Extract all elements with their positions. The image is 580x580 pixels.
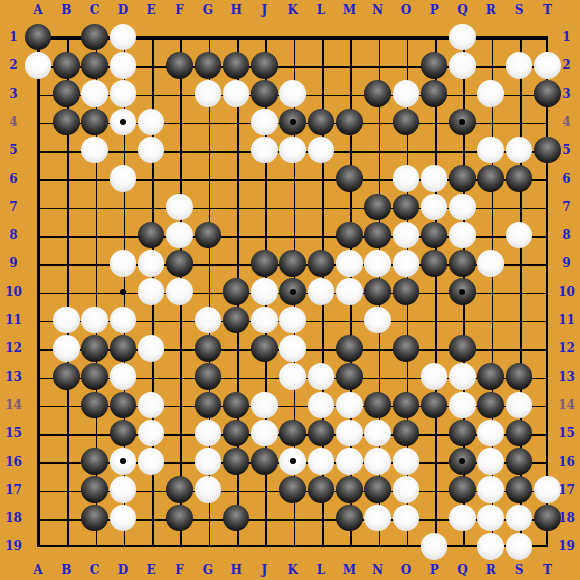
intersection-S1[interactable] [505, 23, 533, 51]
intersection-H17[interactable] [222, 476, 250, 504]
intersection-C10[interactable] [80, 278, 108, 306]
intersection-P8[interactable] [420, 221, 448, 249]
intersection-K1[interactable] [279, 23, 307, 51]
intersection-P2[interactable] [420, 51, 448, 79]
intersection-G4[interactable] [194, 108, 222, 136]
intersection-L9[interactable] [307, 249, 335, 277]
intersection-R15[interactable] [477, 419, 505, 447]
intersection-F14[interactable] [165, 391, 193, 419]
intersection-F16[interactable] [165, 447, 193, 475]
intersection-N10[interactable] [363, 278, 391, 306]
intersection-A9[interactable] [24, 249, 52, 277]
intersection-R2[interactable] [477, 51, 505, 79]
intersection-G18[interactable] [194, 504, 222, 532]
intersection-C1[interactable] [80, 23, 108, 51]
intersection-R17[interactable] [477, 476, 505, 504]
intersection-J15[interactable] [250, 419, 278, 447]
intersection-R18[interactable] [477, 504, 505, 532]
intersection-P1[interactable] [420, 23, 448, 51]
intersection-J5[interactable] [250, 136, 278, 164]
intersection-A14[interactable] [24, 391, 52, 419]
intersection-C3[interactable] [80, 79, 108, 107]
intersection-N9[interactable] [363, 249, 391, 277]
intersection-Q18[interactable] [448, 504, 476, 532]
intersection-G10[interactable] [194, 278, 222, 306]
intersection-Q14[interactable] [448, 391, 476, 419]
intersection-G7[interactable] [194, 193, 222, 221]
intersection-S11[interactable] [505, 306, 533, 334]
intersection-R3[interactable] [477, 79, 505, 107]
intersection-S4[interactable] [505, 108, 533, 136]
intersection-C19[interactable] [80, 532, 108, 560]
intersection-M6[interactable] [335, 164, 363, 192]
intersection-A12[interactable] [24, 334, 52, 362]
intersection-R9[interactable] [477, 249, 505, 277]
intersection-E17[interactable] [137, 476, 165, 504]
intersection-M1[interactable] [335, 23, 363, 51]
intersection-M7[interactable] [335, 193, 363, 221]
intersection-A10[interactable] [24, 278, 52, 306]
intersection-K3[interactable] [279, 79, 307, 107]
intersection-C8[interactable] [80, 221, 108, 249]
intersection-E13[interactable] [137, 362, 165, 390]
intersection-N1[interactable] [363, 23, 391, 51]
intersection-A6[interactable] [24, 164, 52, 192]
intersection-S14[interactable] [505, 391, 533, 419]
intersection-R7[interactable] [477, 193, 505, 221]
intersection-B17[interactable] [52, 476, 80, 504]
intersection-P9[interactable] [420, 249, 448, 277]
intersection-J4[interactable] [250, 108, 278, 136]
intersection-H14[interactable] [222, 391, 250, 419]
intersection-Q15[interactable] [448, 419, 476, 447]
intersection-H2[interactable] [222, 51, 250, 79]
intersection-D18[interactable] [109, 504, 137, 532]
intersection-J10[interactable] [250, 278, 278, 306]
intersection-L10[interactable] [307, 278, 335, 306]
intersection-H9[interactable] [222, 249, 250, 277]
intersection-E18[interactable] [137, 504, 165, 532]
intersection-L11[interactable] [307, 306, 335, 334]
intersection-L1[interactable] [307, 23, 335, 51]
intersection-J18[interactable] [250, 504, 278, 532]
intersection-A11[interactable] [24, 306, 52, 334]
intersection-J8[interactable] [250, 221, 278, 249]
intersection-H8[interactable] [222, 221, 250, 249]
intersection-J1[interactable] [250, 23, 278, 51]
intersection-B12[interactable] [52, 334, 80, 362]
intersection-Q8[interactable] [448, 221, 476, 249]
intersection-Q11[interactable] [448, 306, 476, 334]
intersection-F19[interactable] [165, 532, 193, 560]
intersection-D14[interactable] [109, 391, 137, 419]
intersection-D6[interactable] [109, 164, 137, 192]
intersection-L13[interactable] [307, 362, 335, 390]
intersection-F2[interactable] [165, 51, 193, 79]
intersection-M8[interactable] [335, 221, 363, 249]
intersection-A7[interactable] [24, 193, 52, 221]
intersection-G3[interactable] [194, 79, 222, 107]
intersection-F15[interactable] [165, 419, 193, 447]
intersection-B16[interactable] [52, 447, 80, 475]
intersection-E12[interactable] [137, 334, 165, 362]
intersection-O16[interactable] [392, 447, 420, 475]
intersection-S9[interactable] [505, 249, 533, 277]
intersection-S16[interactable] [505, 447, 533, 475]
intersection-A4[interactable] [24, 108, 52, 136]
intersection-L12[interactable] [307, 334, 335, 362]
intersection-C2[interactable] [80, 51, 108, 79]
intersection-A8[interactable] [24, 221, 52, 249]
intersection-C9[interactable] [80, 249, 108, 277]
intersection-D19[interactable] [109, 532, 137, 560]
intersection-J16[interactable] [250, 447, 278, 475]
intersection-L15[interactable] [307, 419, 335, 447]
intersection-Q3[interactable] [448, 79, 476, 107]
intersection-E15[interactable] [137, 419, 165, 447]
intersection-S5[interactable] [505, 136, 533, 164]
intersection-E10[interactable] [137, 278, 165, 306]
intersection-R10[interactable] [477, 278, 505, 306]
intersection-F13[interactable] [165, 362, 193, 390]
intersection-A15[interactable] [24, 419, 52, 447]
intersection-G16[interactable] [194, 447, 222, 475]
intersection-N12[interactable] [363, 334, 391, 362]
intersection-B9[interactable] [52, 249, 80, 277]
intersection-N4[interactable] [363, 108, 391, 136]
intersection-K12[interactable] [279, 334, 307, 362]
intersection-J14[interactable] [250, 391, 278, 419]
intersection-B14[interactable] [52, 391, 80, 419]
intersection-G17[interactable] [194, 476, 222, 504]
intersection-E7[interactable] [137, 193, 165, 221]
intersection-M5[interactable] [335, 136, 363, 164]
intersection-O10[interactable] [392, 278, 420, 306]
intersection-K19[interactable] [279, 532, 307, 560]
intersection-F8[interactable] [165, 221, 193, 249]
intersection-F9[interactable] [165, 249, 193, 277]
intersection-C12[interactable] [80, 334, 108, 362]
intersection-S12[interactable] [505, 334, 533, 362]
intersection-G13[interactable] [194, 362, 222, 390]
intersection-H10[interactable] [222, 278, 250, 306]
intersection-G12[interactable] [194, 334, 222, 362]
intersection-C7[interactable] [80, 193, 108, 221]
intersection-M13[interactable] [335, 362, 363, 390]
intersection-C18[interactable] [80, 504, 108, 532]
intersection-C13[interactable] [80, 362, 108, 390]
intersection-L17[interactable] [307, 476, 335, 504]
intersection-O15[interactable] [392, 419, 420, 447]
intersection-N6[interactable] [363, 164, 391, 192]
intersection-L8[interactable] [307, 221, 335, 249]
intersection-H5[interactable] [222, 136, 250, 164]
intersection-H3[interactable] [222, 79, 250, 107]
intersection-K14[interactable] [279, 391, 307, 419]
intersection-K17[interactable] [279, 476, 307, 504]
intersection-Q6[interactable] [448, 164, 476, 192]
intersection-G19[interactable] [194, 532, 222, 560]
intersection-Q9[interactable] [448, 249, 476, 277]
intersection-O3[interactable] [392, 79, 420, 107]
intersection-A13[interactable] [24, 362, 52, 390]
intersection-P11[interactable] [420, 306, 448, 334]
intersection-N11[interactable] [363, 306, 391, 334]
intersection-G5[interactable] [194, 136, 222, 164]
intersection-S19[interactable] [505, 532, 533, 560]
intersection-N15[interactable] [363, 419, 391, 447]
intersection-B5[interactable] [52, 136, 80, 164]
intersection-Q2[interactable] [448, 51, 476, 79]
intersection-R19[interactable] [477, 532, 505, 560]
intersection-L5[interactable] [307, 136, 335, 164]
intersection-Q19[interactable] [448, 532, 476, 560]
intersection-L19[interactable] [307, 532, 335, 560]
intersection-P7[interactable] [420, 193, 448, 221]
intersection-Q1[interactable] [448, 23, 476, 51]
intersection-R4[interactable] [477, 108, 505, 136]
intersection-J19[interactable] [250, 532, 278, 560]
intersection-B11[interactable] [52, 306, 80, 334]
intersection-B19[interactable] [52, 532, 80, 560]
intersection-J7[interactable] [250, 193, 278, 221]
intersection-A5[interactable] [24, 136, 52, 164]
intersection-B15[interactable] [52, 419, 80, 447]
intersection-B13[interactable] [52, 362, 80, 390]
intersection-H16[interactable] [222, 447, 250, 475]
intersection-J6[interactable] [250, 164, 278, 192]
intersection-M17[interactable] [335, 476, 363, 504]
intersection-D5[interactable] [109, 136, 137, 164]
intersection-P4[interactable] [420, 108, 448, 136]
intersection-J11[interactable] [250, 306, 278, 334]
intersection-P15[interactable] [420, 419, 448, 447]
intersection-D15[interactable] [109, 419, 137, 447]
intersection-O17[interactable] [392, 476, 420, 504]
intersection-K11[interactable] [279, 306, 307, 334]
intersection-L4[interactable] [307, 108, 335, 136]
intersection-P10[interactable] [420, 278, 448, 306]
intersection-O11[interactable] [392, 306, 420, 334]
intersection-M3[interactable] [335, 79, 363, 107]
intersection-L14[interactable] [307, 391, 335, 419]
intersection-E3[interactable] [137, 79, 165, 107]
intersection-J17[interactable] [250, 476, 278, 504]
intersection-O6[interactable] [392, 164, 420, 192]
intersection-B7[interactable] [52, 193, 80, 221]
intersection-D11[interactable] [109, 306, 137, 334]
intersection-C11[interactable] [80, 306, 108, 334]
intersection-D17[interactable] [109, 476, 137, 504]
intersection-P14[interactable] [420, 391, 448, 419]
intersection-D3[interactable] [109, 79, 137, 107]
intersection-M15[interactable] [335, 419, 363, 447]
intersection-Q17[interactable] [448, 476, 476, 504]
intersection-E11[interactable] [137, 306, 165, 334]
intersection-J3[interactable] [250, 79, 278, 107]
intersection-O1[interactable] [392, 23, 420, 51]
intersection-L6[interactable] [307, 164, 335, 192]
intersection-O8[interactable] [392, 221, 420, 249]
intersection-N5[interactable] [363, 136, 391, 164]
intersection-H6[interactable] [222, 164, 250, 192]
intersection-H13[interactable] [222, 362, 250, 390]
intersection-C14[interactable] [80, 391, 108, 419]
intersection-F4[interactable] [165, 108, 193, 136]
intersection-M4[interactable] [335, 108, 363, 136]
intersection-E9[interactable] [137, 249, 165, 277]
intersection-O12[interactable] [392, 334, 420, 362]
intersection-R6[interactable] [477, 164, 505, 192]
intersection-M10[interactable] [335, 278, 363, 306]
intersection-F12[interactable] [165, 334, 193, 362]
intersection-C4[interactable] [80, 108, 108, 136]
intersection-K9[interactable] [279, 249, 307, 277]
intersection-A3[interactable] [24, 79, 52, 107]
intersection-O4[interactable] [392, 108, 420, 136]
intersection-R14[interactable] [477, 391, 505, 419]
intersection-R13[interactable] [477, 362, 505, 390]
intersection-R16[interactable] [477, 447, 505, 475]
intersection-D2[interactable] [109, 51, 137, 79]
intersection-Q13[interactable] [448, 362, 476, 390]
intersection-F18[interactable] [165, 504, 193, 532]
intersection-H15[interactable] [222, 419, 250, 447]
intersection-G8[interactable] [194, 221, 222, 249]
intersection-D13[interactable] [109, 362, 137, 390]
intersection-E1[interactable] [137, 23, 165, 51]
intersection-K13[interactable] [279, 362, 307, 390]
intersection-P13[interactable] [420, 362, 448, 390]
intersection-A1[interactable] [24, 23, 52, 51]
intersection-N16[interactable] [363, 447, 391, 475]
intersection-N19[interactable] [363, 532, 391, 560]
intersection-A16[interactable] [24, 447, 52, 475]
intersection-G9[interactable] [194, 249, 222, 277]
intersection-H19[interactable] [222, 532, 250, 560]
intersection-A18[interactable] [24, 504, 52, 532]
intersection-H1[interactable] [222, 23, 250, 51]
intersection-D12[interactable] [109, 334, 137, 362]
intersection-R8[interactable] [477, 221, 505, 249]
intersection-G14[interactable] [194, 391, 222, 419]
intersection-C17[interactable] [80, 476, 108, 504]
intersection-F10[interactable] [165, 278, 193, 306]
intersection-F5[interactable] [165, 136, 193, 164]
intersection-E4[interactable] [137, 108, 165, 136]
intersection-R11[interactable] [477, 306, 505, 334]
intersection-C15[interactable] [80, 419, 108, 447]
intersection-F6[interactable] [165, 164, 193, 192]
intersection-L7[interactable] [307, 193, 335, 221]
intersection-N18[interactable] [363, 504, 391, 532]
intersection-J12[interactable] [250, 334, 278, 362]
intersection-O18[interactable] [392, 504, 420, 532]
intersection-H7[interactable] [222, 193, 250, 221]
intersection-O9[interactable] [392, 249, 420, 277]
intersection-H11[interactable] [222, 306, 250, 334]
intersection-K6[interactable] [279, 164, 307, 192]
intersection-P3[interactable] [420, 79, 448, 107]
intersection-N2[interactable] [363, 51, 391, 79]
intersection-L16[interactable] [307, 447, 335, 475]
intersection-P6[interactable] [420, 164, 448, 192]
intersection-S7[interactable] [505, 193, 533, 221]
intersection-S2[interactable] [505, 51, 533, 79]
intersection-C16[interactable] [80, 447, 108, 475]
intersection-F3[interactable] [165, 79, 193, 107]
intersection-R5[interactable] [477, 136, 505, 164]
intersection-E2[interactable] [137, 51, 165, 79]
intersection-B2[interactable] [52, 51, 80, 79]
intersection-E5[interactable] [137, 136, 165, 164]
intersection-B8[interactable] [52, 221, 80, 249]
intersection-M12[interactable] [335, 334, 363, 362]
intersection-B6[interactable] [52, 164, 80, 192]
intersection-B18[interactable] [52, 504, 80, 532]
intersection-B4[interactable] [52, 108, 80, 136]
intersection-F7[interactable] [165, 193, 193, 221]
intersection-C6[interactable] [80, 164, 108, 192]
intersection-P17[interactable] [420, 476, 448, 504]
intersection-P16[interactable] [420, 447, 448, 475]
intersection-B3[interactable] [52, 79, 80, 107]
intersection-R12[interactable] [477, 334, 505, 362]
intersection-H12[interactable] [222, 334, 250, 362]
intersection-N14[interactable] [363, 391, 391, 419]
intersection-D7[interactable] [109, 193, 137, 221]
intersection-M18[interactable] [335, 504, 363, 532]
intersection-K18[interactable] [279, 504, 307, 532]
intersection-O13[interactable] [392, 362, 420, 390]
intersection-B1[interactable] [52, 23, 80, 51]
intersection-K2[interactable] [279, 51, 307, 79]
intersection-O5[interactable] [392, 136, 420, 164]
intersection-S18[interactable] [505, 504, 533, 532]
intersection-S15[interactable] [505, 419, 533, 447]
intersection-R1[interactable] [477, 23, 505, 51]
intersection-E14[interactable] [137, 391, 165, 419]
intersection-D1[interactable] [109, 23, 137, 51]
intersection-E8[interactable] [137, 221, 165, 249]
intersection-S13[interactable] [505, 362, 533, 390]
intersection-O14[interactable] [392, 391, 420, 419]
intersection-O2[interactable] [392, 51, 420, 79]
intersection-F1[interactable] [165, 23, 193, 51]
intersection-S6[interactable] [505, 164, 533, 192]
intersection-O7[interactable] [392, 193, 420, 221]
intersection-G2[interactable] [194, 51, 222, 79]
intersection-G15[interactable] [194, 419, 222, 447]
intersection-D9[interactable] [109, 249, 137, 277]
intersection-K7[interactable] [279, 193, 307, 221]
intersection-G11[interactable] [194, 306, 222, 334]
intersection-S17[interactable] [505, 476, 533, 504]
intersection-E16[interactable] [137, 447, 165, 475]
intersection-M9[interactable] [335, 249, 363, 277]
intersection-A17[interactable] [24, 476, 52, 504]
intersection-P12[interactable] [420, 334, 448, 362]
intersection-L18[interactable] [307, 504, 335, 532]
intersection-D8[interactable] [109, 221, 137, 249]
intersection-P5[interactable] [420, 136, 448, 164]
intersection-M2[interactable] [335, 51, 363, 79]
intersection-S3[interactable] [505, 79, 533, 107]
intersection-J9[interactable] [250, 249, 278, 277]
intersection-M16[interactable] [335, 447, 363, 475]
intersection-C5[interactable] [80, 136, 108, 164]
intersection-L2[interactable] [307, 51, 335, 79]
